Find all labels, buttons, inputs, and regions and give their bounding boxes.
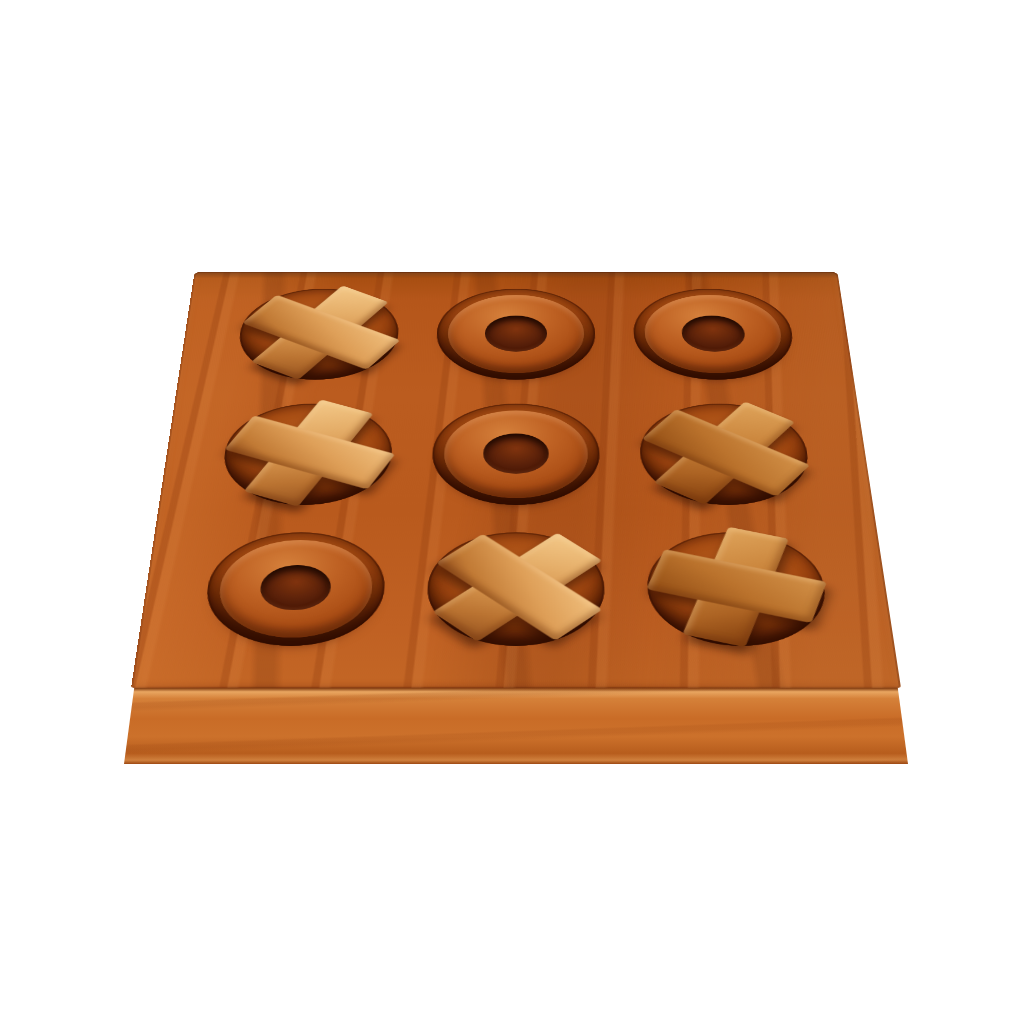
cell-r0c1[interactable]: ◯ [428, 285, 603, 384]
board: ✕◯◯✕◯✕◯✕✕ [131, 272, 901, 688]
o-hole [484, 315, 547, 351]
recess: ✕ [426, 532, 607, 646]
recess: ◯ [632, 289, 798, 380]
cell-r1c0[interactable]: ✕ [210, 400, 401, 510]
piece-x[interactable]: ✕ [627, 514, 845, 661]
o-hole [483, 434, 550, 474]
piece-x[interactable]: ✕ [194, 385, 422, 522]
cell-r2c0[interactable]: ◯ [192, 527, 395, 651]
board-grid: ✕◯◯✕◯✕◯✕✕ [131, 272, 901, 688]
recess: ◯ [200, 532, 387, 646]
cell-r0c2[interactable]: ◯ [625, 285, 805, 384]
recess: ◯ [435, 289, 597, 380]
piece-x[interactable]: ✕ [391, 507, 646, 671]
piece-o[interactable]: ◯ [214, 540, 375, 638]
recess: ✕ [218, 404, 394, 505]
recess: ✕ [645, 532, 832, 646]
cell-r1c1[interactable]: ◯ [423, 400, 608, 510]
cell-r2c2[interactable]: ✕ [637, 527, 840, 651]
piece-o[interactable]: ◯ [643, 295, 786, 373]
board-front-face [124, 688, 908, 764]
piece-o[interactable]: ◯ [443, 411, 589, 498]
o-hole [680, 315, 746, 351]
board-scene: ✕◯◯✕◯✕◯✕✕ [131, 0, 901, 688]
recess: ✕ [234, 289, 400, 380]
cell-r1c2[interactable]: ✕ [631, 400, 822, 510]
cell-r0c0[interactable]: ✕ [227, 285, 407, 384]
recess: ◯ [431, 404, 602, 505]
recess: ✕ [638, 404, 814, 505]
piece-o[interactable]: ◯ [447, 295, 585, 373]
piece-x[interactable]: ✕ [208, 269, 432, 397]
product-photo: ✕◯◯✕◯✕◯✕✕ [0, 0, 1024, 1024]
piece-x[interactable]: ✕ [608, 382, 842, 527]
o-hole [258, 565, 332, 610]
cell-r2c1[interactable]: ✕ [418, 527, 614, 651]
